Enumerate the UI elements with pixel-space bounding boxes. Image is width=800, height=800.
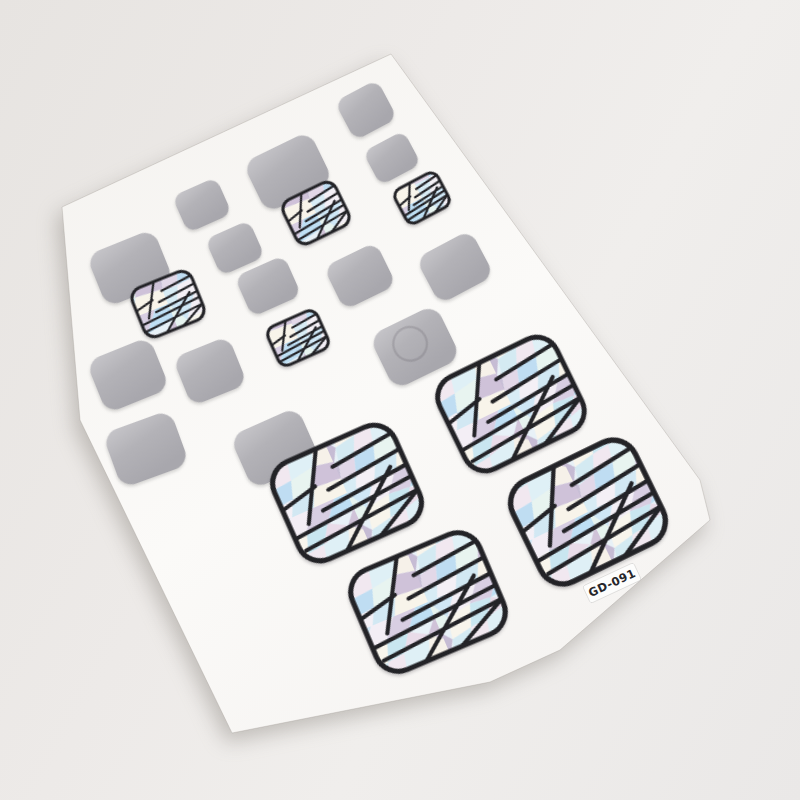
product-photo: GD-091 [0,0,800,800]
sticker-sheet-scene: GD-091 [0,0,800,800]
